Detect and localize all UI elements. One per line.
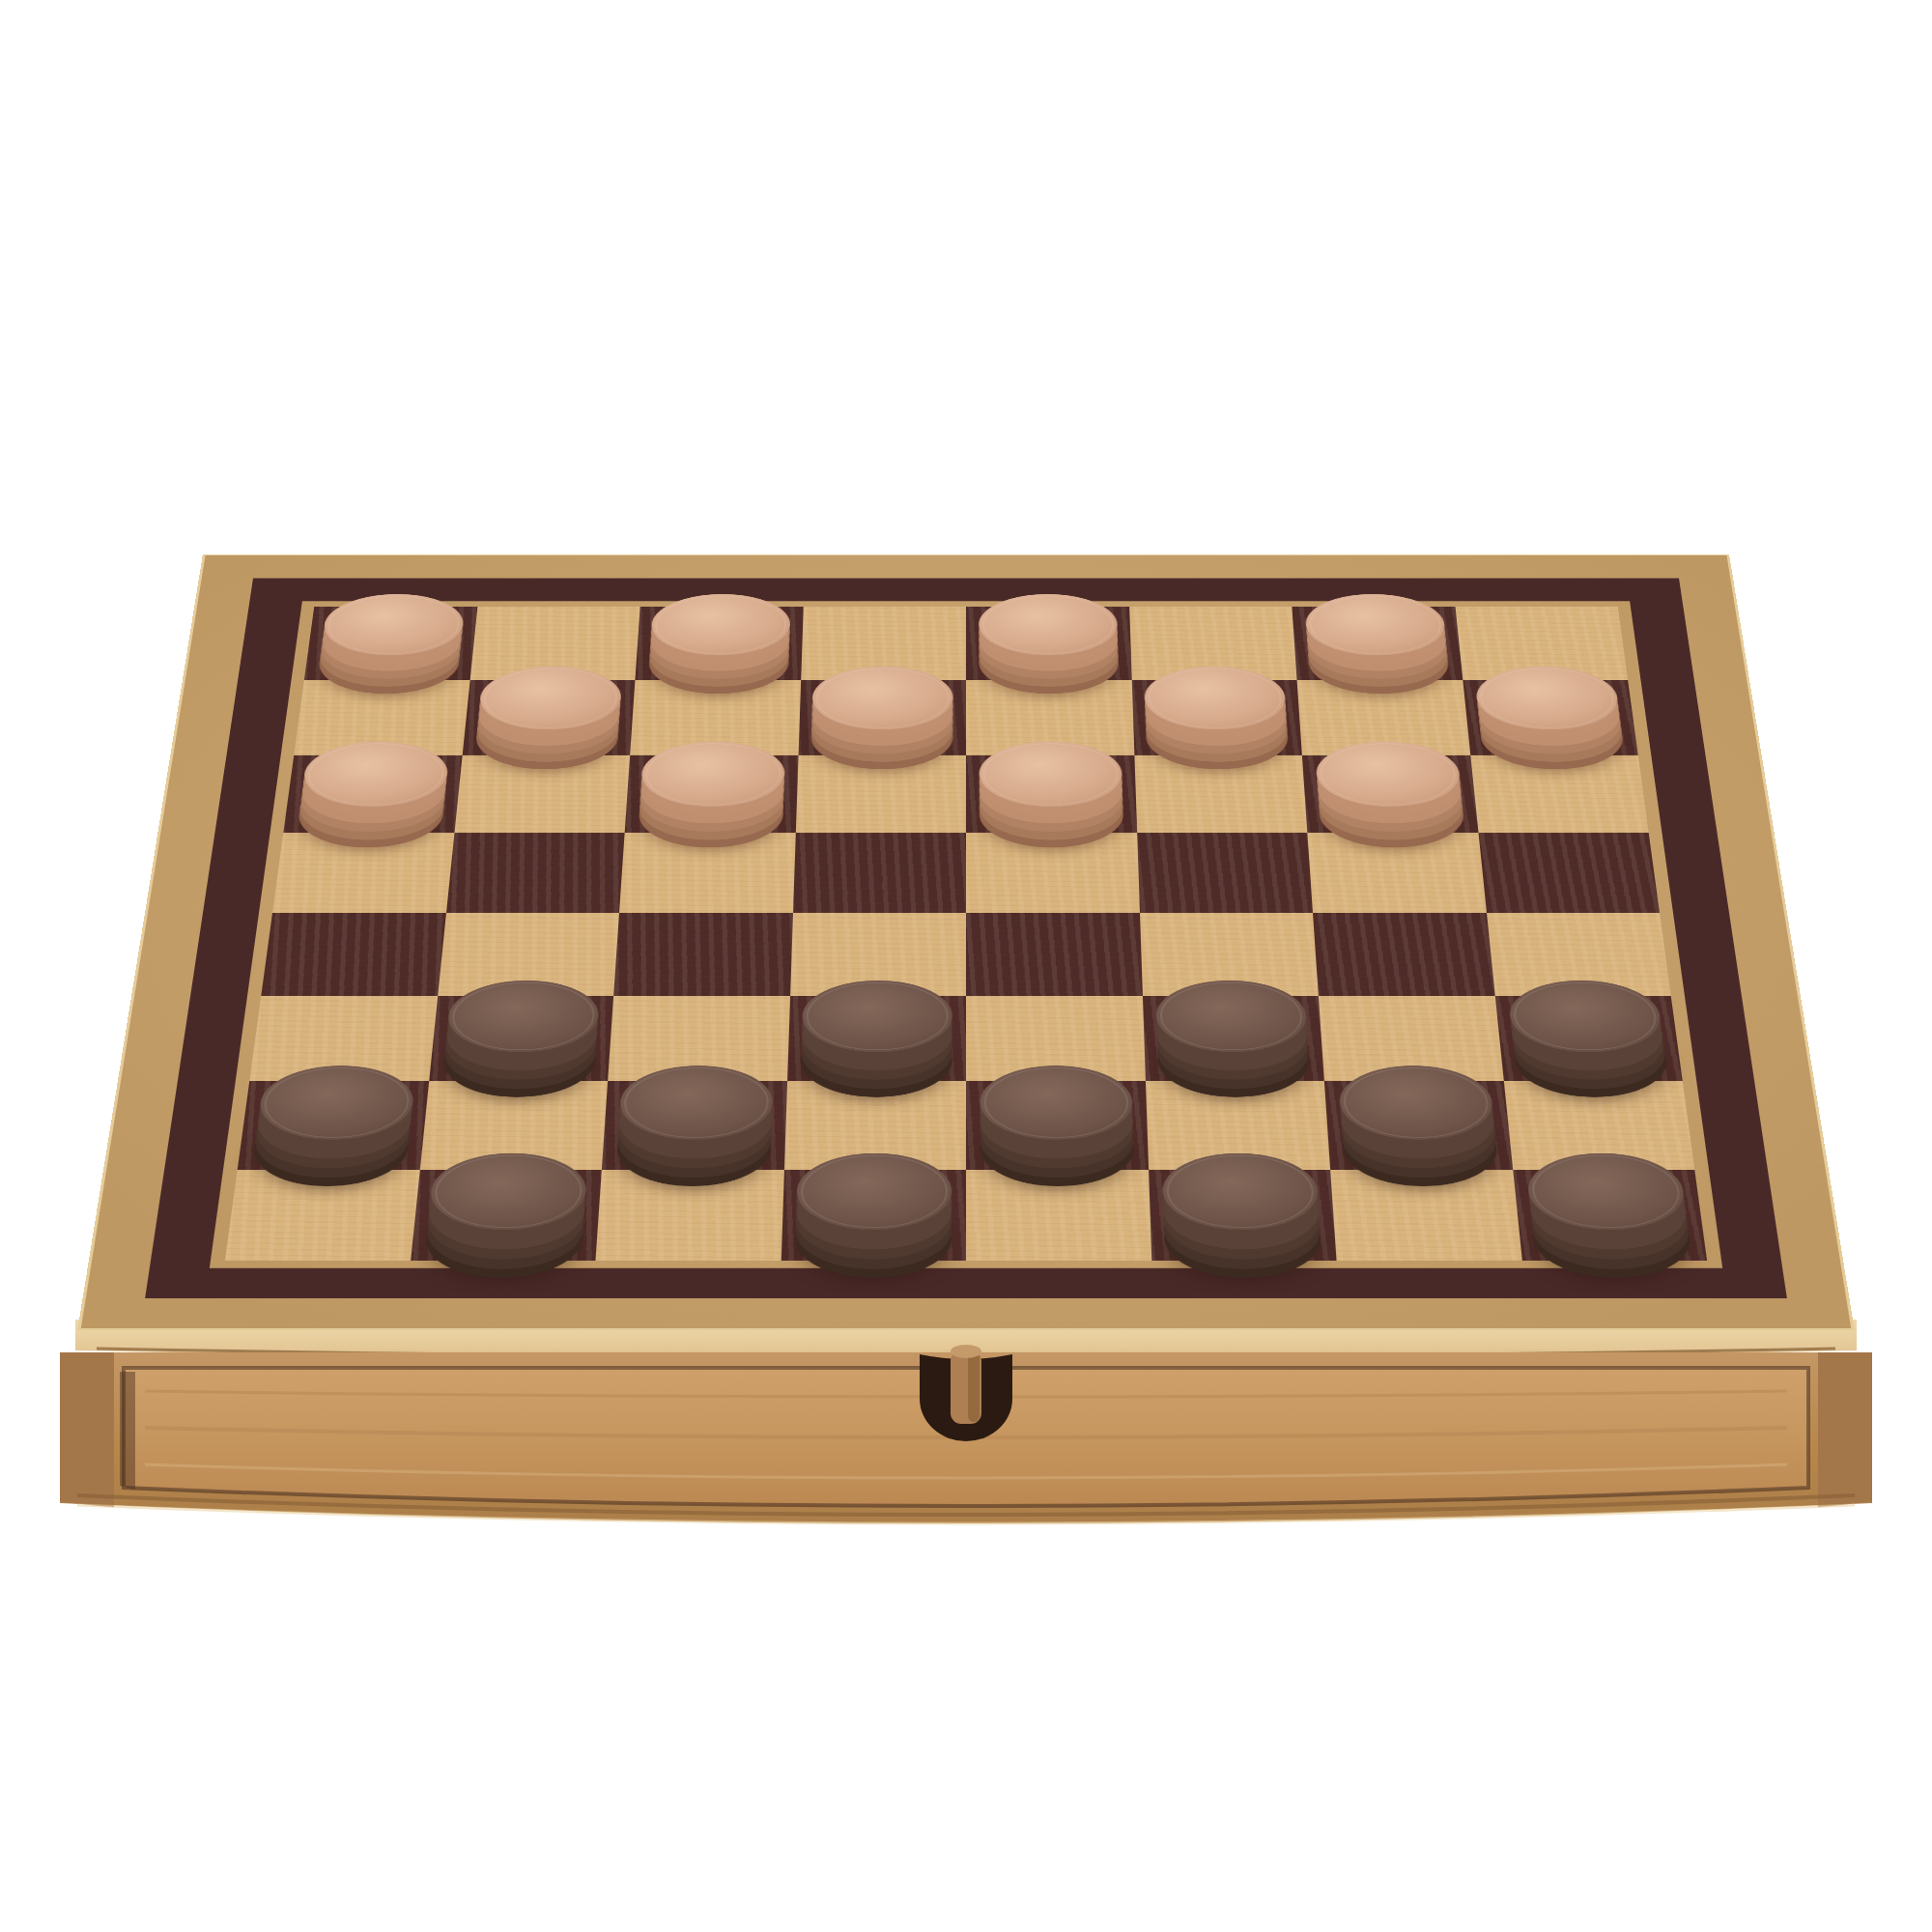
checker-light-man[interactable]: [639, 742, 785, 808]
checker-light-man[interactable]: [811, 667, 953, 729]
square-r4c3[interactable]: [619, 833, 795, 913]
checker-light-man[interactable]: [979, 742, 1122, 808]
square-r7c1[interactable]: [238, 1081, 429, 1169]
product-photo: [0, 0, 1932, 1932]
square-r6c6[interactable]: [1142, 996, 1323, 1081]
square-r8c3[interactable]: [595, 1170, 783, 1262]
square-r6c8[interactable]: [1494, 996, 1682, 1081]
square-r1c7[interactable]: [1292, 607, 1462, 680]
square-r3c3[interactable]: [625, 755, 798, 833]
square-r3c8[interactable]: [1470, 755, 1649, 833]
square-r7c3[interactable]: [602, 1081, 787, 1169]
square-r2c6[interactable]: [1131, 680, 1302, 755]
checkers-board: [77, 554, 1854, 1330]
checker-dark-man[interactable]: [617, 1065, 774, 1140]
square-r4c6[interactable]: [1137, 833, 1313, 913]
checker-dark-man[interactable]: [796, 1153, 952, 1230]
square-r6c4[interactable]: [787, 996, 966, 1081]
square-r3c7[interactable]: [1302, 755, 1478, 833]
square-r3c5[interactable]: [966, 755, 1137, 833]
square-r5c3[interactable]: [613, 913, 792, 996]
square-r2c2[interactable]: [462, 680, 635, 755]
square-r7c7[interactable]: [1324, 1081, 1513, 1169]
box-left-rail: [60, 1352, 114, 1507]
box-right-rail: [1818, 1352, 1872, 1507]
checker-light-man[interactable]: [1144, 667, 1288, 729]
drawer-gap-shadow: [120, 1372, 135, 1490]
square-r4c7[interactable]: [1307, 833, 1486, 913]
square-r5c7[interactable]: [1313, 913, 1494, 996]
square-r7c5[interactable]: [966, 1081, 1149, 1169]
checker-dark-man[interactable]: [980, 1065, 1133, 1140]
square-r5c5[interactable]: [966, 913, 1142, 996]
square-r3c1[interactable]: [283, 755, 462, 833]
checker-light-man[interactable]: [649, 594, 791, 655]
square-r2c8[interactable]: [1463, 680, 1638, 755]
square-r4c2[interactable]: [446, 833, 625, 913]
square-r3c2[interactable]: [454, 755, 630, 833]
checker-dark-man[interactable]: [802, 980, 952, 1052]
square-r8c8[interactable]: [1513, 1170, 1707, 1262]
square-r3c4[interactable]: [795, 755, 966, 833]
square-r8c6[interactable]: [1149, 1170, 1337, 1262]
square-r1c5[interactable]: [966, 607, 1131, 680]
square-r6c2[interactable]: [429, 996, 613, 1081]
square-r8c2[interactable]: [411, 1170, 602, 1262]
square-r8c5[interactable]: [966, 1170, 1151, 1262]
square-r3c6[interactable]: [1134, 755, 1307, 833]
square-r1c3[interactable]: [635, 607, 803, 680]
board-scene: [145, 92, 1787, 1734]
square-r8c4[interactable]: [781, 1170, 966, 1262]
square-r4c4[interactable]: [793, 833, 967, 913]
board-squares: [225, 607, 1707, 1261]
square-r4c8[interactable]: [1478, 833, 1660, 913]
square-r8c1[interactable]: [225, 1170, 419, 1262]
square-r4c1[interactable]: [272, 833, 454, 913]
square-r8c7[interactable]: [1330, 1170, 1521, 1262]
square-r4c5[interactable]: [966, 833, 1140, 913]
square-r2c4[interactable]: [798, 680, 966, 755]
square-r5c1[interactable]: [261, 913, 445, 996]
square-r1c1[interactable]: [304, 607, 477, 680]
checker-light-man[interactable]: [979, 594, 1118, 655]
